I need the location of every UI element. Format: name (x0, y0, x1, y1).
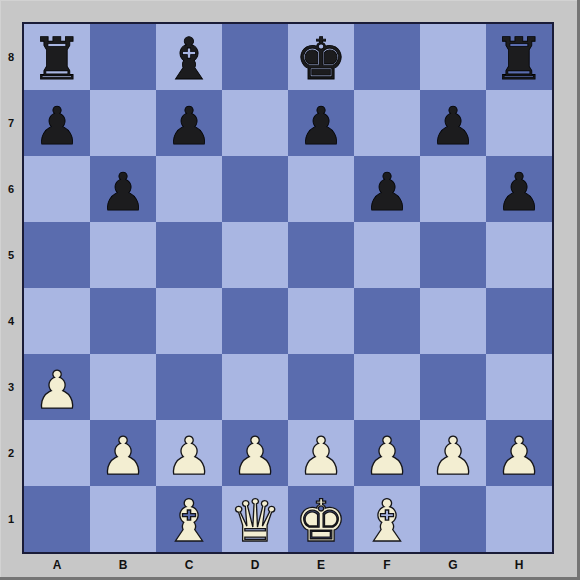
square-e4[interactable] (288, 288, 354, 354)
piece-black-pawn[interactable]: ♟ (486, 156, 552, 222)
piece-white-bishop[interactable]: ♝ (354, 486, 420, 552)
square-c7[interactable]: ♟ (156, 90, 222, 156)
square-b8[interactable] (90, 24, 156, 90)
square-b6[interactable]: ♟ (90, 156, 156, 222)
rank-label-7: 7 (0, 90, 22, 156)
square-e8[interactable]: ♚ (288, 24, 354, 90)
piece-white-pawn[interactable]: ♟ (354, 420, 420, 486)
square-c3[interactable] (156, 354, 222, 420)
square-g4[interactable] (420, 288, 486, 354)
piece-white-pawn[interactable]: ♟ (24, 354, 90, 420)
square-f6[interactable]: ♟ (354, 156, 420, 222)
piece-white-pawn[interactable]: ♟ (222, 420, 288, 486)
rank-label-8: 8 (0, 24, 22, 90)
piece-white-queen[interactable]: ♛ (222, 486, 288, 552)
square-f4[interactable] (354, 288, 420, 354)
square-c8[interactable]: ♝ (156, 24, 222, 90)
file-label-h: H (486, 553, 552, 577)
board-frame: 87654321 ♜♝♚♜♟♟♟♟♟♟♟♟♟♟♟♟♟♟♟♝♛♚♝ ABCDEFG… (0, 0, 580, 580)
square-b4[interactable] (90, 288, 156, 354)
rank-label-6: 6 (0, 156, 22, 222)
square-e3[interactable] (288, 354, 354, 420)
square-d7[interactable] (222, 90, 288, 156)
square-f1[interactable]: ♝ (354, 486, 420, 552)
square-f2[interactable]: ♟ (354, 420, 420, 486)
square-g2[interactable]: ♟ (420, 420, 486, 486)
square-d5[interactable] (222, 222, 288, 288)
square-c6[interactable] (156, 156, 222, 222)
square-h6[interactable]: ♟ (486, 156, 552, 222)
file-label-f: F (354, 553, 420, 577)
rank-label-1: 1 (0, 486, 22, 552)
square-g1[interactable] (420, 486, 486, 552)
square-a3[interactable]: ♟ (24, 354, 90, 420)
square-b1[interactable] (90, 486, 156, 552)
square-g8[interactable] (420, 24, 486, 90)
square-g7[interactable]: ♟ (420, 90, 486, 156)
square-d2[interactable]: ♟ (222, 420, 288, 486)
chess-board: ♜♝♚♜♟♟♟♟♟♟♟♟♟♟♟♟♟♟♟♝♛♚♝ (22, 22, 554, 554)
square-g5[interactable] (420, 222, 486, 288)
square-e7[interactable]: ♟ (288, 90, 354, 156)
piece-black-pawn[interactable]: ♟ (288, 90, 354, 156)
square-a8[interactable]: ♜ (24, 24, 90, 90)
square-g3[interactable] (420, 354, 486, 420)
square-c2[interactable]: ♟ (156, 420, 222, 486)
square-d3[interactable] (222, 354, 288, 420)
square-e1[interactable]: ♚ (288, 486, 354, 552)
square-b3[interactable] (90, 354, 156, 420)
file-labels: ABCDEFGH (24, 553, 552, 577)
square-c5[interactable] (156, 222, 222, 288)
square-f3[interactable] (354, 354, 420, 420)
square-h4[interactable] (486, 288, 552, 354)
square-d8[interactable] (222, 24, 288, 90)
square-a1[interactable] (24, 486, 90, 552)
square-d4[interactable] (222, 288, 288, 354)
square-d6[interactable] (222, 156, 288, 222)
file-label-e: E (288, 553, 354, 577)
square-h2[interactable]: ♟ (486, 420, 552, 486)
rank-label-2: 2 (0, 420, 22, 486)
rank-label-3: 3 (0, 354, 22, 420)
piece-black-rook[interactable]: ♜ (486, 24, 552, 90)
square-f8[interactable] (354, 24, 420, 90)
square-a7[interactable]: ♟ (24, 90, 90, 156)
square-f7[interactable] (354, 90, 420, 156)
square-b5[interactable] (90, 222, 156, 288)
square-a4[interactable] (24, 288, 90, 354)
rank-label-4: 4 (0, 288, 22, 354)
piece-black-bishop[interactable]: ♝ (156, 24, 222, 90)
piece-black-pawn[interactable]: ♟ (354, 156, 420, 222)
piece-black-pawn[interactable]: ♟ (420, 90, 486, 156)
piece-white-bishop[interactable]: ♝ (156, 486, 222, 552)
piece-white-pawn[interactable]: ♟ (288, 420, 354, 486)
square-h1[interactable] (486, 486, 552, 552)
square-d1[interactable]: ♛ (222, 486, 288, 552)
piece-black-pawn[interactable]: ♟ (24, 90, 90, 156)
piece-black-pawn[interactable]: ♟ (90, 156, 156, 222)
square-g6[interactable] (420, 156, 486, 222)
square-h5[interactable] (486, 222, 552, 288)
square-h3[interactable] (486, 354, 552, 420)
square-e2[interactable]: ♟ (288, 420, 354, 486)
square-a6[interactable] (24, 156, 90, 222)
piece-white-pawn[interactable]: ♟ (486, 420, 552, 486)
square-c1[interactable]: ♝ (156, 486, 222, 552)
piece-white-pawn[interactable]: ♟ (90, 420, 156, 486)
piece-black-king[interactable]: ♚ (288, 24, 354, 90)
square-h8[interactable]: ♜ (486, 24, 552, 90)
piece-black-rook[interactable]: ♜ (24, 24, 90, 90)
file-label-d: D (222, 553, 288, 577)
square-c4[interactable] (156, 288, 222, 354)
rank-labels: 87654321 (0, 24, 22, 552)
file-label-a: A (24, 553, 90, 577)
file-label-g: G (420, 553, 486, 577)
square-b7[interactable] (90, 90, 156, 156)
piece-black-pawn[interactable]: ♟ (156, 90, 222, 156)
file-label-c: C (156, 553, 222, 577)
piece-white-pawn[interactable]: ♟ (420, 420, 486, 486)
square-b2[interactable]: ♟ (90, 420, 156, 486)
rank-label-5: 5 (0, 222, 22, 288)
piece-white-king[interactable]: ♚ (288, 486, 354, 552)
piece-white-pawn[interactable]: ♟ (156, 420, 222, 486)
square-e6[interactable] (288, 156, 354, 222)
square-h7[interactable] (486, 90, 552, 156)
file-label-b: B (90, 553, 156, 577)
square-a5[interactable] (24, 222, 90, 288)
square-e5[interactable] (288, 222, 354, 288)
square-a2[interactable] (24, 420, 90, 486)
square-f5[interactable] (354, 222, 420, 288)
